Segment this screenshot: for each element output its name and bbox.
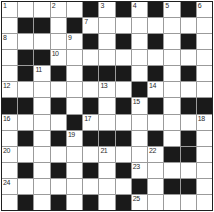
black-cell-r7c6 — [83, 98, 98, 113]
cell-r12c4[interactable] — [51, 179, 66, 194]
cell-r10c6[interactable] — [83, 147, 98, 162]
cell-r1c3[interactable] — [34, 2, 49, 17]
black-cell-r10c12 — [181, 147, 196, 162]
cell-r13c7[interactable] — [99, 195, 114, 210]
black-cell-r12c11 — [164, 179, 179, 194]
cell-r8c13[interactable]: 18 — [197, 115, 212, 130]
clue-number-12: 12 — [3, 82, 10, 90]
cell-r3c7[interactable] — [99, 34, 114, 49]
cell-r4c9[interactable] — [132, 50, 147, 65]
cell-r9c13[interactable] — [197, 131, 212, 146]
cell-r4c1[interactable] — [2, 50, 17, 65]
cell-r4c7[interactable] — [99, 50, 114, 65]
cell-r10c8[interactable] — [116, 147, 131, 162]
clue-number-21: 21 — [100, 147, 107, 155]
clue-number-16: 16 — [3, 115, 10, 123]
cell-r10c13[interactable] — [197, 147, 212, 162]
cell-r3c3[interactable] — [34, 34, 49, 49]
cell-r1c11[interactable]: 5 — [164, 2, 179, 17]
black-cell-r11c6 — [83, 163, 98, 178]
clue-number-17: 17 — [84, 115, 91, 123]
cell-r13c5[interactable] — [67, 195, 82, 210]
black-cell-r3c10 — [148, 34, 163, 49]
cell-r6c10[interactable]: 14 — [148, 82, 163, 97]
black-cell-r5c2 — [18, 66, 33, 81]
black-cell-r2c5 — [67, 18, 82, 33]
black-cell-r7c2 — [18, 98, 33, 113]
cell-r13c11[interactable] — [164, 195, 179, 210]
black-cell-r12c12 — [181, 179, 196, 194]
cell-r4c11[interactable] — [164, 50, 179, 65]
black-cell-r7c1 — [2, 98, 17, 113]
cell-r12c2[interactable] — [18, 179, 33, 194]
black-cell-r3c8 — [116, 34, 131, 49]
cell-r13c12[interactable] — [181, 195, 196, 210]
black-cell-r12c9 — [132, 179, 147, 194]
clue-number-8: 8 — [3, 34, 6, 42]
cell-r2c4[interactable] — [51, 18, 66, 33]
cell-r5c9[interactable] — [132, 66, 147, 81]
crossword-grid: 1234567891011121314151617181920212223242… — [1, 1, 213, 211]
clue-number-1: 1 — [3, 2, 6, 10]
cell-r2c12[interactable] — [181, 18, 196, 33]
black-cell-r7c10 — [148, 98, 163, 113]
cell-r13c1[interactable] — [2, 195, 17, 210]
clue-number-11: 11 — [35, 66, 41, 74]
cell-r1c5[interactable] — [67, 2, 82, 17]
cell-r6c3[interactable] — [34, 82, 49, 97]
cell-r6c12[interactable] — [181, 82, 196, 97]
cell-r9c5[interactable]: 19 — [67, 131, 82, 146]
cell-r5c3[interactable]: 11 — [34, 66, 49, 81]
clue-number-9: 9 — [68, 34, 71, 42]
cell-r1c9[interactable]: 4 — [132, 2, 147, 17]
cell-r10c2[interactable] — [18, 147, 33, 162]
cell-r13c10[interactable] — [148, 195, 163, 210]
clue-number-15: 15 — [133, 98, 140, 106]
cell-r4c13[interactable] — [197, 50, 212, 65]
cell-r3c11[interactable] — [164, 34, 179, 49]
cell-r8c12[interactable] — [181, 115, 196, 130]
clue-number-5: 5 — [165, 2, 168, 10]
cell-r10c4[interactable] — [51, 147, 66, 162]
cell-r5c5[interactable] — [67, 66, 82, 81]
black-cell-r8c5 — [67, 115, 82, 130]
cell-r9c1[interactable] — [2, 131, 17, 146]
cell-r13c3[interactable] — [34, 195, 49, 210]
black-cell-r9c8 — [116, 131, 131, 146]
cell-r9c11[interactable] — [164, 131, 179, 146]
cell-r10c10[interactable]: 22 — [148, 147, 163, 162]
cell-r3c2[interactable] — [18, 34, 33, 49]
cell-r2c10[interactable] — [148, 18, 163, 33]
cell-r13c9[interactable]: 25 — [132, 195, 147, 210]
cell-r3c13[interactable] — [197, 34, 212, 49]
cell-r1c2[interactable] — [18, 2, 33, 17]
cell-r12c10[interactable] — [148, 179, 163, 194]
black-cell-r1c12 — [181, 2, 196, 17]
black-cell-r3c6 — [83, 34, 98, 49]
black-cell-r10c11 — [164, 147, 179, 162]
black-cell-r7c13 — [197, 98, 212, 113]
black-cell-r9c7 — [99, 131, 114, 146]
cell-r8c1[interactable]: 16 — [2, 115, 17, 130]
black-cell-r5c6 — [83, 66, 98, 81]
cell-r12c7[interactable] — [99, 179, 114, 194]
black-cell-r3c12 — [181, 34, 196, 49]
clue-number-6: 6 — [198, 2, 201, 10]
cell-r8c8[interactable] — [116, 115, 131, 130]
black-cell-r13c2 — [18, 195, 33, 210]
cell-r8c11[interactable] — [164, 115, 179, 130]
cell-r8c9[interactable] — [132, 115, 147, 130]
cell-r6c8[interactable] — [116, 82, 131, 97]
cell-r4c10[interactable] — [148, 50, 163, 65]
cell-r11c5[interactable] — [67, 163, 82, 178]
cell-r4c12[interactable] — [181, 50, 196, 65]
clue-number-14: 14 — [149, 82, 156, 90]
cell-r11c9[interactable]: 23 — [132, 163, 147, 178]
crossword-page: 1234567891011121314151617181920212223242… — [0, 0, 214, 212]
cell-r8c3[interactable] — [34, 115, 49, 130]
cell-r12c13[interactable] — [197, 179, 212, 194]
clue-number-4: 4 — [133, 2, 136, 10]
cell-r12c1[interactable]: 24 — [2, 179, 17, 194]
cell-r6c6[interactable] — [83, 82, 98, 97]
black-cell-r4c2 — [18, 50, 33, 65]
black-cell-r2c2 — [18, 18, 33, 33]
cell-r6c13[interactable] — [197, 82, 212, 97]
black-cell-r11c8 — [116, 163, 131, 178]
black-cell-r5c8 — [116, 66, 131, 81]
clue-number-25: 25 — [133, 195, 140, 203]
black-cell-r1c10 — [148, 2, 163, 17]
black-cell-r1c8 — [116, 2, 131, 17]
cell-r3c4[interactable] — [51, 34, 66, 49]
cell-r6c1[interactable]: 12 — [2, 82, 17, 97]
clue-number-10: 10 — [52, 50, 59, 58]
cell-r5c11[interactable] — [164, 66, 179, 81]
cell-r2c8[interactable] — [116, 18, 131, 33]
cell-r8c2[interactable] — [18, 115, 33, 130]
cell-r7c9[interactable]: 15 — [132, 98, 147, 113]
cell-r10c7[interactable]: 21 — [99, 147, 114, 162]
cell-r1c1[interactable]: 1 — [2, 2, 17, 17]
clue-number-3: 3 — [100, 2, 103, 10]
clue-number-23: 23 — [133, 163, 140, 171]
black-cell-r9c12 — [181, 131, 196, 146]
cell-r7c11[interactable] — [164, 98, 179, 113]
cell-r12c5[interactable] — [67, 179, 82, 194]
cell-r11c10[interactable] — [148, 163, 163, 178]
cell-r6c5[interactable] — [67, 82, 82, 97]
cell-r1c13[interactable]: 6 — [197, 2, 212, 17]
black-cell-r11c2 — [18, 163, 33, 178]
cell-r12c6[interactable] — [83, 179, 98, 194]
cell-r5c1[interactable] — [2, 66, 17, 81]
cell-r11c3[interactable] — [34, 163, 49, 178]
clue-number-24: 24 — [3, 179, 10, 187]
cell-r2c9[interactable] — [132, 18, 147, 33]
cell-r8c6[interactable]: 17 — [83, 115, 98, 130]
black-cell-r13c6 — [83, 195, 98, 210]
cell-r4c6[interactable] — [83, 50, 98, 65]
black-cell-r9c4 — [51, 131, 66, 146]
black-cell-r5c12 — [181, 66, 196, 81]
cell-r4c4[interactable]: 10 — [51, 50, 66, 65]
cell-r2c6[interactable]: 7 — [83, 18, 98, 33]
cell-r8c4[interactable] — [51, 115, 66, 130]
cell-r2c11[interactable] — [164, 18, 179, 33]
clue-number-19: 19 — [68, 131, 75, 139]
cell-r1c7[interactable]: 3 — [99, 2, 114, 17]
cell-r11c11[interactable] — [164, 163, 179, 178]
black-cell-r9c2 — [18, 131, 33, 146]
cell-r10c5[interactable] — [67, 147, 82, 162]
black-cell-r11c4 — [51, 163, 66, 178]
cell-r6c2[interactable] — [18, 82, 33, 97]
black-cell-r6c9 — [132, 82, 147, 97]
cell-r7c3[interactable] — [34, 98, 49, 113]
cell-r11c1[interactable] — [2, 163, 17, 178]
cell-r3c9[interactable] — [132, 34, 147, 49]
black-cell-r7c12 — [181, 98, 196, 113]
black-cell-r2c3 — [34, 18, 49, 33]
clue-number-22: 22 — [149, 147, 156, 155]
cell-r10c9[interactable] — [132, 147, 147, 162]
cell-r11c12[interactable] — [181, 163, 196, 178]
black-cell-r9c6 — [83, 131, 98, 146]
cell-r8c7[interactable] — [99, 115, 114, 130]
black-cell-r13c8 — [116, 195, 131, 210]
cell-r2c7[interactable] — [99, 18, 114, 33]
cell-r10c3[interactable] — [34, 147, 49, 162]
cell-r2c1[interactable] — [2, 18, 17, 33]
cell-r8c10[interactable] — [148, 115, 163, 130]
cell-r13c13[interactable] — [197, 195, 212, 210]
clue-number-20: 20 — [3, 147, 10, 155]
cell-r7c5[interactable] — [67, 98, 82, 113]
black-cell-r7c4 — [51, 98, 66, 113]
black-cell-r13c4 — [51, 195, 66, 210]
cell-r9c3[interactable] — [34, 131, 49, 146]
black-cell-r5c7 — [99, 66, 114, 81]
black-cell-r5c4 — [51, 66, 66, 81]
cell-r6c4[interactable] — [51, 82, 66, 97]
cell-r12c3[interactable] — [34, 179, 49, 194]
black-cell-r9c10 — [148, 131, 163, 146]
cell-r10c1[interactable]: 20 — [2, 147, 17, 162]
black-cell-r5c10 — [148, 66, 163, 81]
cell-r4c5[interactable] — [67, 50, 82, 65]
cell-r7c7[interactable] — [99, 98, 114, 113]
cell-r2c13[interactable] — [197, 18, 212, 33]
cell-r12c8[interactable] — [116, 179, 131, 194]
cell-r4c8[interactable] — [116, 50, 131, 65]
cell-r3c1[interactable]: 8 — [2, 34, 17, 49]
cell-r6c7[interactable]: 13 — [99, 82, 114, 97]
cell-r9c9[interactable] — [132, 131, 147, 146]
black-cell-r4c3 — [34, 50, 49, 65]
black-cell-r1c6 — [83, 2, 98, 17]
clue-number-7: 7 — [84, 18, 87, 26]
black-cell-r7c8 — [116, 98, 131, 113]
clue-number-2: 2 — [52, 2, 55, 10]
cell-r11c13[interactable] — [197, 163, 212, 178]
clue-number-18: 18 — [198, 115, 205, 123]
cell-r5c13[interactable] — [197, 66, 212, 81]
cell-r1c4[interactable]: 2 — [51, 2, 66, 17]
clue-number-13: 13 — [100, 82, 107, 90]
cell-r6c11[interactable] — [164, 82, 179, 97]
cell-r3c5[interactable]: 9 — [67, 34, 82, 49]
cell-r11c7[interactable] — [99, 163, 114, 178]
